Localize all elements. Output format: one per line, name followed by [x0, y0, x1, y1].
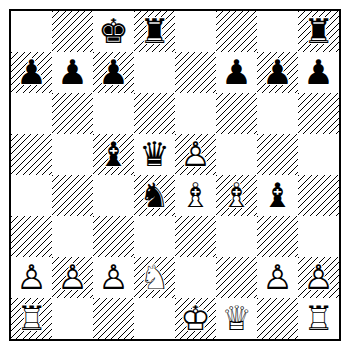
piece-black-pawn: ♟♟	[298, 52, 339, 93]
square-f6[interactable]	[216, 93, 257, 134]
king-icon: ♔	[175, 298, 216, 339]
queen-icon: ♛	[134, 134, 175, 175]
square-b4[interactable]	[52, 175, 93, 216]
square-e7[interactable]	[175, 52, 216, 93]
chess-board-frame: ♚♚♜♜♜♜♟♟♟♟♟♟♟♟♟♟♟♟♝♝♛♛♟♙♞♞♝♗♝♗♝♝♟♙♟♙♟♙♞♘…	[9, 9, 341, 341]
square-b5[interactable]	[52, 134, 93, 175]
square-c1[interactable]	[93, 298, 134, 339]
square-a5[interactable]	[11, 134, 52, 175]
square-d7[interactable]	[134, 52, 175, 93]
square-e4[interactable]: ♝♗	[175, 175, 216, 216]
square-g2[interactable]: ♟♙	[257, 257, 298, 298]
knight-icon: ♞	[134, 175, 175, 216]
square-g8[interactable]	[257, 11, 298, 52]
pawn-icon: ♟	[52, 52, 93, 93]
square-e2[interactable]	[175, 257, 216, 298]
piece-white-pawn: ♟♙	[175, 134, 216, 175]
piece-black-pawn: ♟♟	[11, 52, 52, 93]
piece-white-knight: ♞♘	[134, 257, 175, 298]
square-a8[interactable]	[11, 11, 52, 52]
square-b7[interactable]: ♟♟	[52, 52, 93, 93]
square-e8[interactable]	[175, 11, 216, 52]
rook-icon: ♜	[134, 11, 175, 52]
square-a7[interactable]: ♟♟	[11, 52, 52, 93]
square-f7[interactable]: ♟♟	[216, 52, 257, 93]
pawn-icon: ♙	[11, 257, 52, 298]
square-e5[interactable]: ♟♙	[175, 134, 216, 175]
piece-black-knight: ♞♞	[134, 175, 175, 216]
king-icon: ♚	[93, 11, 134, 52]
square-g4[interactable]: ♝♝	[257, 175, 298, 216]
piece-white-pawn: ♟♙	[93, 257, 134, 298]
queen-icon: ♕	[216, 298, 257, 339]
bishop-icon: ♝	[93, 134, 134, 175]
square-h4[interactable]	[298, 175, 339, 216]
pawn-icon: ♙	[93, 257, 134, 298]
square-h1[interactable]: ♜♖	[298, 298, 339, 339]
piece-white-king: ♚♔	[175, 298, 216, 339]
piece-black-queen: ♛♛	[134, 134, 175, 175]
square-g7[interactable]: ♟♟	[257, 52, 298, 93]
square-a6[interactable]	[11, 93, 52, 134]
pawn-icon: ♙	[52, 257, 93, 298]
square-d3[interactable]	[134, 216, 175, 257]
square-e3[interactable]	[175, 216, 216, 257]
piece-white-rook: ♜♖	[298, 298, 339, 339]
square-c8[interactable]: ♚♚	[93, 11, 134, 52]
square-f8[interactable]	[216, 11, 257, 52]
piece-white-bishop: ♝♗	[175, 175, 216, 216]
piece-white-pawn: ♟♙	[257, 257, 298, 298]
square-g5[interactable]	[257, 134, 298, 175]
rook-icon: ♖	[298, 298, 339, 339]
square-a4[interactable]	[11, 175, 52, 216]
piece-black-rook: ♜♜	[298, 11, 339, 52]
bishop-icon: ♗	[175, 175, 216, 216]
piece-black-bishop: ♝♝	[257, 175, 298, 216]
pawn-icon: ♟	[11, 52, 52, 93]
pawn-icon: ♟	[216, 52, 257, 93]
square-g3[interactable]	[257, 216, 298, 257]
pawn-icon: ♟	[257, 52, 298, 93]
piece-white-bishop: ♝♗	[216, 175, 257, 216]
square-c6[interactable]	[93, 93, 134, 134]
square-h5[interactable]	[298, 134, 339, 175]
square-g6[interactable]	[257, 93, 298, 134]
square-c5[interactable]: ♝♝	[93, 134, 134, 175]
piece-white-pawn: ♟♙	[298, 257, 339, 298]
square-b6[interactable]	[52, 93, 93, 134]
pawn-icon: ♟	[298, 52, 339, 93]
pawn-icon: ♙	[298, 257, 339, 298]
piece-white-pawn: ♟♙	[11, 257, 52, 298]
square-a2[interactable]: ♟♙	[11, 257, 52, 298]
square-c2[interactable]: ♟♙	[93, 257, 134, 298]
square-f5[interactable]	[216, 134, 257, 175]
piece-white-queen: ♛♕	[216, 298, 257, 339]
square-f4[interactable]: ♝♗	[216, 175, 257, 216]
square-a1[interactable]: ♜♖	[11, 298, 52, 339]
piece-black-pawn: ♟♟	[93, 52, 134, 93]
square-b3[interactable]	[52, 216, 93, 257]
square-d4[interactable]: ♞♞	[134, 175, 175, 216]
square-e6[interactable]	[175, 93, 216, 134]
square-b1[interactable]	[52, 298, 93, 339]
square-c4[interactable]	[93, 175, 134, 216]
square-h3[interactable]	[298, 216, 339, 257]
square-d1[interactable]	[134, 298, 175, 339]
pawn-icon: ♟	[93, 52, 134, 93]
piece-black-pawn: ♟♟	[257, 52, 298, 93]
square-f2[interactable]	[216, 257, 257, 298]
piece-black-king: ♚♚	[93, 11, 134, 52]
pawn-icon: ♙	[175, 134, 216, 175]
square-e1[interactable]: ♚♔	[175, 298, 216, 339]
square-h8[interactable]: ♜♜	[298, 11, 339, 52]
bishop-icon: ♗	[216, 175, 257, 216]
piece-black-pawn: ♟♟	[52, 52, 93, 93]
square-b2[interactable]: ♟♙	[52, 257, 93, 298]
square-h6[interactable]	[298, 93, 339, 134]
rook-icon: ♜	[298, 11, 339, 52]
square-d5[interactable]: ♛♛	[134, 134, 175, 175]
knight-icon: ♘	[134, 257, 175, 298]
rook-icon: ♖	[11, 298, 52, 339]
piece-black-pawn: ♟♟	[216, 52, 257, 93]
chess-board: ♚♚♜♜♜♜♟♟♟♟♟♟♟♟♟♟♟♟♝♝♛♛♟♙♞♞♝♗♝♗♝♝♟♙♟♙♟♙♞♘…	[11, 11, 339, 339]
piece-black-rook: ♜♜	[134, 11, 175, 52]
square-b8[interactable]	[52, 11, 93, 52]
square-f1[interactable]: ♛♕	[216, 298, 257, 339]
square-c3[interactable]	[93, 216, 134, 257]
square-h7[interactable]: ♟♟	[298, 52, 339, 93]
piece-white-pawn: ♟♙	[52, 257, 93, 298]
square-d2[interactable]: ♞♘	[134, 257, 175, 298]
square-g1[interactable]	[257, 298, 298, 339]
square-h2[interactable]: ♟♙	[298, 257, 339, 298]
piece-black-bishop: ♝♝	[93, 134, 134, 175]
bishop-icon: ♝	[257, 175, 298, 216]
pawn-icon: ♙	[257, 257, 298, 298]
square-c7[interactable]: ♟♟	[93, 52, 134, 93]
piece-white-rook: ♜♖	[11, 298, 52, 339]
square-a3[interactable]	[11, 216, 52, 257]
square-d8[interactable]: ♜♜	[134, 11, 175, 52]
square-d6[interactable]	[134, 93, 175, 134]
square-f3[interactable]	[216, 216, 257, 257]
